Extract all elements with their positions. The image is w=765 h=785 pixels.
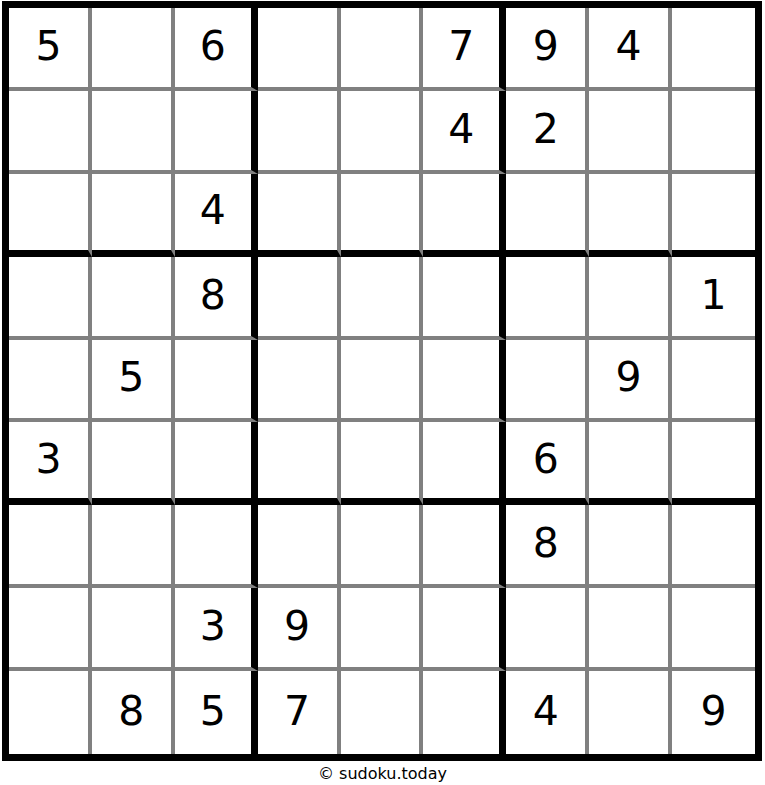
sudoku-board: 5679442481593683985749 [2,1,762,761]
given-digit: 3 [35,439,61,480]
cell-r4c4[interactable] [258,257,341,340]
cell-r5c7[interactable] [506,340,589,423]
cell-r5c4[interactable] [258,340,341,423]
cell-r2c9[interactable] [672,91,755,174]
cell-r4c2[interactable] [92,257,175,340]
given-digit: 9 [701,691,727,732]
given-digit: 5 [200,691,226,732]
cell-r8c3[interactable]: 3 [175,588,258,671]
given-digit: 4 [616,26,642,67]
cell-r6c1[interactable]: 3 [9,422,92,505]
cell-r8c7[interactable] [506,588,589,671]
given-digit: 1 [701,275,727,316]
cell-r9c4[interactable]: 7 [258,671,341,754]
cell-r6c9[interactable] [672,422,755,505]
cell-r4c1[interactable] [9,257,92,340]
cell-r6c3[interactable] [175,422,258,505]
given-digit: 6 [533,439,559,480]
cell-r6c2[interactable] [92,422,175,505]
given-digit: 2 [533,109,559,150]
cell-r9c8[interactable] [589,671,672,754]
given-digit: 8 [200,275,226,316]
cell-r3c1[interactable] [9,174,92,257]
given-digit: 6 [200,26,226,67]
cell-r5c1[interactable] [9,340,92,423]
cell-r2c5[interactable] [341,91,424,174]
cell-r7c2[interactable] [92,505,175,588]
cell-r3c5[interactable] [341,174,424,257]
cell-r3c7[interactable] [506,174,589,257]
given-digit: 7 [284,691,310,732]
cell-r3c4[interactable] [258,174,341,257]
cell-r2c6[interactable]: 4 [423,91,506,174]
cell-r1c1[interactable]: 5 [9,8,92,91]
cell-r1c2[interactable] [92,8,175,91]
cell-r9c3[interactable]: 5 [175,671,258,754]
given-digit: 3 [200,606,226,647]
cell-r9c1[interactable] [9,671,92,754]
given-digit: 8 [533,523,559,564]
cell-r2c4[interactable] [258,91,341,174]
cell-r6c6[interactable] [423,422,506,505]
cell-r7c1[interactable] [9,505,92,588]
cell-r4c6[interactable] [423,257,506,340]
cell-r6c4[interactable] [258,422,341,505]
cell-r4c8[interactable] [589,257,672,340]
cell-r4c3[interactable]: 8 [175,257,258,340]
cell-r8c1[interactable] [9,588,92,671]
cell-r2c7[interactable]: 2 [506,91,589,174]
cell-r8c5[interactable] [341,588,424,671]
cell-r9c2[interactable]: 8 [92,671,175,754]
cell-r7c8[interactable] [589,505,672,588]
cell-r7c5[interactable] [341,505,424,588]
cell-r8c8[interactable] [589,588,672,671]
cell-r8c4[interactable]: 9 [258,588,341,671]
cell-r1c6[interactable]: 7 [423,8,506,91]
cell-r6c8[interactable] [589,422,672,505]
copyright-text: © sudoku.today [0,764,765,783]
given-digit: 4 [448,109,474,150]
cell-r2c8[interactable] [589,91,672,174]
cell-r8c6[interactable] [423,588,506,671]
cell-r7c3[interactable] [175,505,258,588]
given-digit: 9 [533,26,559,67]
cell-r1c3[interactable]: 6 [175,8,258,91]
cell-r3c8[interactable] [589,174,672,257]
cell-r7c6[interactable] [423,505,506,588]
cell-r5c9[interactable] [672,340,755,423]
cell-r9c9[interactable]: 9 [672,671,755,754]
cell-r1c8[interactable]: 4 [589,8,672,91]
given-digit: 5 [118,357,144,398]
cell-r1c5[interactable] [341,8,424,91]
given-digit: 8 [118,691,144,732]
given-digit: 7 [448,26,474,67]
cell-r1c7[interactable]: 9 [506,8,589,91]
cell-r1c9[interactable] [672,8,755,91]
cell-r9c6[interactable] [423,671,506,754]
sudoku-page: 5679442481593683985749 © sudoku.today [0,0,765,785]
given-digit: 9 [616,357,642,398]
cell-r2c3[interactable] [175,91,258,174]
cell-r2c2[interactable] [92,91,175,174]
cell-r5c6[interactable] [423,340,506,423]
given-digit: 9 [284,606,310,647]
given-digit: 4 [200,190,226,231]
cell-r3c3[interactable]: 4 [175,174,258,257]
given-digit: 4 [533,691,559,732]
cell-r5c5[interactable] [341,340,424,423]
cell-r5c3[interactable] [175,340,258,423]
cell-r5c2[interactable]: 5 [92,340,175,423]
cell-r7c4[interactable] [258,505,341,588]
cell-r3c2[interactable] [92,174,175,257]
cell-r7c7[interactable]: 8 [506,505,589,588]
cell-r6c7[interactable]: 6 [506,422,589,505]
cell-r8c2[interactable] [92,588,175,671]
cell-r6c5[interactable] [341,422,424,505]
cell-r9c5[interactable] [341,671,424,754]
cell-r3c6[interactable] [423,174,506,257]
cell-r3c9[interactable] [672,174,755,257]
cell-r1c4[interactable] [258,8,341,91]
cell-r5c8[interactable]: 9 [589,340,672,423]
cell-r7c9[interactable] [672,505,755,588]
cell-r4c7[interactable] [506,257,589,340]
cell-r4c9[interactable]: 1 [672,257,755,340]
given-digit: 5 [35,26,61,67]
cell-r9c7[interactable]: 4 [506,671,589,754]
cell-r4c5[interactable] [341,257,424,340]
cell-r8c9[interactable] [672,588,755,671]
cell-r2c1[interactable] [9,91,92,174]
